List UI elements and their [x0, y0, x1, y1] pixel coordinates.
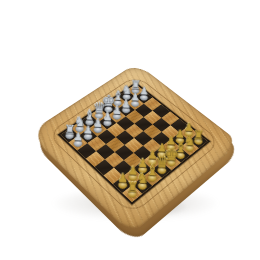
square-g5[interactable] — [152, 118, 170, 132]
olive-wood-frame: ♜♟♟♜♞♟♟♞♝♟♟♝♚♟♟♚♛♟♟♛♝♟♟♝♞♟♟♞♜♟♟♜ — [28, 63, 240, 234]
board-3d: ♜♟♟♜♞♟♟♞♝♟♟♝♚♟♟♚♛♟♟♛♝♟♟♝♞♟♟♞♜♟♟♜ — [28, 63, 240, 234]
square-f6[interactable] — [152, 132, 170, 147]
gold-piece-base — [136, 180, 148, 190]
silver-piece-base — [64, 131, 75, 140]
gold-piece-base — [165, 158, 177, 168]
chess-set-photo: ♜♟♟♜♞♟♟♞♝♟♟♝♚♟♟♚♛♟♟♛♝♟♟♝♞♟♟♞♜♟♟♜ — [0, 0, 260, 260]
square-d7[interactable]: ♟ — [143, 154, 162, 170]
silver-piece-base — [82, 132, 93, 141]
silver-piece-base — [72, 138, 83, 147]
gold-piece-base — [126, 188, 138, 199]
perspective-stage: ♜♟♟♜♞♟♟♞♝♟♟♝♚♟♟♚♛♟♟♛♝♟♟♝♞♟♟♞♜♟♟♜ — [0, 0, 260, 260]
gold-piece-base — [193, 136, 204, 145]
gold-pawn: ♟ — [178, 121, 200, 134]
silver-piece-base — [74, 124, 85, 133]
